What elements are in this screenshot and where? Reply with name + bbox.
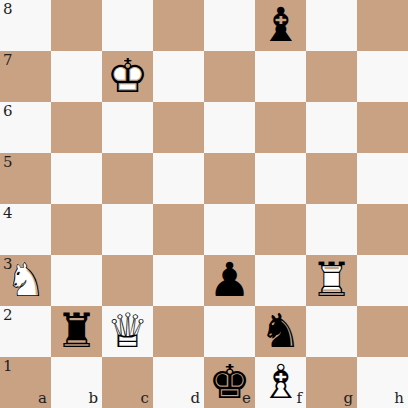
square-e3[interactable]: ♟ (204, 255, 255, 306)
square-a6[interactable]: 6 (0, 102, 51, 153)
rank-label-8: 8 (3, 2, 13, 17)
square-b3[interactable] (51, 255, 102, 306)
black-rook-glyph: ♜ (51, 306, 102, 353)
square-g6[interactable] (306, 102, 357, 153)
black-pawn-glyph: ♟ (204, 255, 255, 302)
square-f3[interactable] (255, 255, 306, 306)
square-f1[interactable]: f♝♗ (255, 357, 306, 408)
square-h8[interactable] (357, 0, 408, 51)
square-c6[interactable] (102, 102, 153, 153)
piece-white-king[interactable]: ♚♔ (102, 51, 153, 102)
square-a1[interactable]: 1a (0, 357, 51, 408)
square-g1[interactable]: g (306, 357, 357, 408)
square-f5[interactable] (255, 153, 306, 204)
square-b1[interactable]: b (51, 357, 102, 408)
square-c4[interactable] (102, 204, 153, 255)
square-d3[interactable] (153, 255, 204, 306)
square-c3[interactable] (102, 255, 153, 306)
piece-black-knight[interactable]: ♞ (255, 306, 306, 357)
square-h1[interactable]: h (357, 357, 408, 408)
piece-black-bishop[interactable]: ♝ (255, 0, 306, 51)
square-h4[interactable] (357, 204, 408, 255)
white-queen-glyph: ♕ (102, 306, 153, 353)
square-h6[interactable] (357, 102, 408, 153)
file-label-b: b (88, 391, 98, 406)
file-label-c: c (141, 391, 149, 406)
rank-label-2: 2 (3, 308, 13, 323)
square-g8[interactable] (306, 0, 357, 51)
square-a3[interactable]: 3♞♘ (0, 255, 51, 306)
square-a7[interactable]: 7 (0, 51, 51, 102)
square-g3[interactable]: ♜♖ (306, 255, 357, 306)
square-a5[interactable]: 5 (0, 153, 51, 204)
white-bishop-glyph: ♗ (255, 357, 306, 404)
square-c7[interactable]: ♚♔ (102, 51, 153, 102)
rank-label-4: 4 (3, 206, 13, 221)
file-label-g: g (343, 391, 353, 406)
black-bishop-glyph: ♝ (255, 0, 306, 47)
rank-label-5: 5 (3, 155, 13, 170)
square-g5[interactable] (306, 153, 357, 204)
square-a8[interactable]: 8 (0, 0, 51, 51)
chess-board: 8♝7♚♔6543♞♘♟♜♖2♜♛♕♞1abcde♚f♝♗gh (0, 0, 408, 408)
white-king-glyph: ♔ (102, 51, 153, 98)
file-label-h: h (394, 391, 404, 406)
rank-label-1: 1 (3, 359, 13, 374)
square-c2[interactable]: ♛♕ (102, 306, 153, 357)
rank-label-7: 7 (3, 53, 13, 68)
square-b4[interactable] (51, 204, 102, 255)
square-b2[interactable]: ♜ (51, 306, 102, 357)
square-d7[interactable] (153, 51, 204, 102)
square-h5[interactable] (357, 153, 408, 204)
piece-black-pawn[interactable]: ♟ (204, 255, 255, 306)
square-e1[interactable]: e♚ (204, 357, 255, 408)
square-c5[interactable] (102, 153, 153, 204)
black-knight-glyph: ♞ (255, 306, 306, 353)
white-rook-glyph: ♖ (306, 255, 357, 302)
piece-white-bishop[interactable]: ♝♗ (255, 357, 306, 408)
square-g2[interactable] (306, 306, 357, 357)
square-d8[interactable] (153, 0, 204, 51)
square-h7[interactable] (357, 51, 408, 102)
file-label-d: d (190, 391, 200, 406)
file-label-a: a (38, 391, 47, 406)
piece-black-rook[interactable]: ♜ (51, 306, 102, 357)
square-b6[interactable] (51, 102, 102, 153)
square-a4[interactable]: 4 (0, 204, 51, 255)
square-b5[interactable] (51, 153, 102, 204)
black-king-glyph: ♚ (204, 357, 255, 404)
square-b8[interactable] (51, 0, 102, 51)
white-knight-glyph: ♘ (0, 255, 51, 302)
piece-black-king[interactable]: ♚ (204, 357, 255, 408)
square-a2[interactable]: 2 (0, 306, 51, 357)
square-b7[interactable] (51, 51, 102, 102)
piece-white-rook[interactable]: ♜♖ (306, 255, 357, 306)
square-g4[interactable] (306, 204, 357, 255)
square-d6[interactable] (153, 102, 204, 153)
piece-white-queen[interactable]: ♛♕ (102, 306, 153, 357)
square-c1[interactable]: c (102, 357, 153, 408)
square-g7[interactable] (306, 51, 357, 102)
square-f6[interactable] (255, 102, 306, 153)
square-e2[interactable] (204, 306, 255, 357)
square-e4[interactable] (204, 204, 255, 255)
rank-label-6: 6 (3, 104, 13, 119)
square-d5[interactable] (153, 153, 204, 204)
square-f4[interactable] (255, 204, 306, 255)
square-e8[interactable] (204, 0, 255, 51)
square-e5[interactable] (204, 153, 255, 204)
square-f2[interactable]: ♞ (255, 306, 306, 357)
square-e7[interactable] (204, 51, 255, 102)
piece-white-knight[interactable]: ♞♘ (0, 255, 51, 306)
square-c8[interactable] (102, 0, 153, 51)
square-f7[interactable] (255, 51, 306, 102)
square-e6[interactable] (204, 102, 255, 153)
square-f8[interactable]: ♝ (255, 0, 306, 51)
square-d1[interactable]: d (153, 357, 204, 408)
square-h2[interactable] (357, 306, 408, 357)
square-d4[interactable] (153, 204, 204, 255)
square-h3[interactable] (357, 255, 408, 306)
square-d2[interactable] (153, 306, 204, 357)
